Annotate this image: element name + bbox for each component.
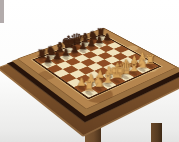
table-leg-right — [151, 123, 162, 142]
chess-set-photo: ♜♟♟♜♞♟♟♞♝♟♟♝♛♟♟♛♚♟♟♚♝♟♟♝♞♟♟♞♜♟♟♜ — [0, 0, 179, 142]
white-rook-glyph: ♜ — [72, 80, 106, 93]
black-pawn-glyph: ♟ — [33, 55, 64, 65]
piece-white-rook: ♜ — [81, 88, 98, 97]
photo-edge-strip — [0, 0, 4, 23]
